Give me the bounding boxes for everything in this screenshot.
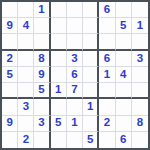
cell-r7c6[interactable]: 1 — [83, 99, 99, 115]
cell-r8c7[interactable]: 2 — [99, 116, 115, 132]
cell-r6c9[interactable] — [132, 83, 148, 99]
cell-r2c6[interactable] — [83, 18, 99, 34]
cell-r5c4[interactable] — [51, 67, 67, 83]
cell-r5c5[interactable]: 6 — [67, 67, 83, 83]
cell-r9c9[interactable] — [132, 132, 148, 148]
cell-r4c6[interactable] — [83, 51, 99, 67]
cell-r3c5[interactable] — [67, 34, 83, 50]
cell-r4c9[interactable]: 3 — [132, 51, 148, 67]
cell-r3c8[interactable] — [116, 34, 132, 50]
cell-r6c7[interactable] — [99, 83, 115, 99]
cell-r5c9[interactable] — [132, 67, 148, 83]
cell-r2c1[interactable]: 9 — [2, 18, 18, 34]
cell-r7c2[interactable]: 3 — [18, 99, 34, 115]
cell-r8c8[interactable] — [116, 116, 132, 132]
cell-r3c7[interactable] — [99, 34, 115, 50]
cell-r2c7[interactable] — [99, 18, 115, 34]
cell-r7c9[interactable] — [132, 99, 148, 115]
cell-r6c1[interactable] — [2, 83, 18, 99]
cell-r8c1[interactable]: 9 — [2, 116, 18, 132]
cell-r1c2[interactable] — [18, 2, 34, 18]
cell-r3c1[interactable] — [2, 34, 18, 50]
cell-r3c4[interactable] — [51, 34, 67, 50]
cell-r2c9[interactable]: 1 — [132, 18, 148, 34]
cell-r6c5[interactable]: 7 — [67, 83, 83, 99]
cell-r9c4[interactable] — [51, 132, 67, 148]
cell-r4c8[interactable] — [116, 51, 132, 67]
cell-r5c1[interactable]: 5 — [2, 67, 18, 83]
cell-r8c2[interactable] — [18, 116, 34, 132]
cell-r2c2[interactable]: 4 — [18, 18, 34, 34]
cell-r7c5[interactable] — [67, 99, 83, 115]
cell-r1c4[interactable] — [51, 2, 67, 18]
cell-r7c4[interactable] — [51, 99, 67, 115]
cell-r5c7[interactable]: 1 — [99, 67, 115, 83]
cell-r9c2[interactable]: 2 — [18, 132, 34, 148]
cell-r2c8[interactable]: 5 — [116, 18, 132, 34]
cell-r9c5[interactable] — [67, 132, 83, 148]
cell-r3c6[interactable] — [83, 34, 99, 50]
cell-r4c4[interactable] — [51, 51, 67, 67]
cell-r5c6[interactable] — [83, 67, 99, 83]
cell-r4c3[interactable]: 8 — [34, 51, 50, 67]
cell-r9c3[interactable] — [34, 132, 50, 148]
cell-r8c6[interactable] — [83, 116, 99, 132]
cell-r6c3[interactable]: 5 — [34, 83, 50, 99]
cell-r2c5[interactable] — [67, 18, 83, 34]
cell-r6c6[interactable] — [83, 83, 99, 99]
cell-r6c2[interactable] — [18, 83, 34, 99]
cell-r1c7[interactable]: 6 — [99, 2, 115, 18]
cell-r1c3[interactable]: 1 — [34, 2, 50, 18]
cell-r9c6[interactable]: 5 — [83, 132, 99, 148]
cell-r7c7[interactable] — [99, 99, 115, 115]
cell-r1c9[interactable] — [132, 2, 148, 18]
cell-r4c5[interactable]: 3 — [67, 51, 83, 67]
cell-r7c8[interactable] — [116, 99, 132, 115]
cell-r7c1[interactable] — [2, 99, 18, 115]
cell-r6c4[interactable]: 1 — [51, 83, 67, 99]
cell-r7c3[interactable] — [34, 99, 50, 115]
cell-r8c9[interactable]: 8 — [132, 116, 148, 132]
sudoku-board: 169451283635961451731935128256 — [0, 0, 150, 150]
cell-r9c1[interactable] — [2, 132, 18, 148]
cell-r5c8[interactable]: 4 — [116, 67, 132, 83]
cell-r1c5[interactable] — [67, 2, 83, 18]
cell-r4c7[interactable]: 6 — [99, 51, 115, 67]
cell-r6c8[interactable] — [116, 83, 132, 99]
cell-r3c9[interactable] — [132, 34, 148, 50]
cell-r9c8[interactable]: 6 — [116, 132, 132, 148]
cell-r2c4[interactable] — [51, 18, 67, 34]
cell-r5c3[interactable]: 9 — [34, 67, 50, 83]
cell-r8c3[interactable]: 3 — [34, 116, 50, 132]
cell-r9c7[interactable] — [99, 132, 115, 148]
cell-r2c3[interactable] — [34, 18, 50, 34]
cell-r3c3[interactable] — [34, 34, 50, 50]
cell-r1c1[interactable] — [2, 2, 18, 18]
cell-r1c8[interactable] — [116, 2, 132, 18]
cell-r1c6[interactable] — [83, 2, 99, 18]
cell-r5c2[interactable] — [18, 67, 34, 83]
cell-r4c1[interactable]: 2 — [2, 51, 18, 67]
cell-r3c2[interactable] — [18, 34, 34, 50]
cell-r8c5[interactable]: 1 — [67, 116, 83, 132]
cell-r8c4[interactable]: 5 — [51, 116, 67, 132]
cell-r4c2[interactable] — [18, 51, 34, 67]
